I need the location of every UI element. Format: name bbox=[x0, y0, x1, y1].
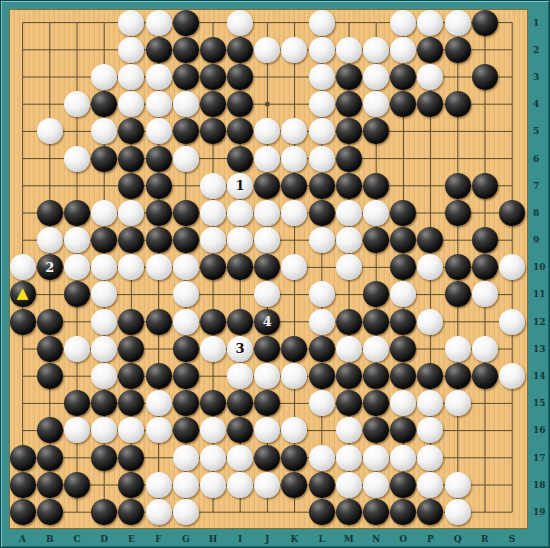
cell[interactable] bbox=[498, 471, 525, 498]
cell[interactable] bbox=[63, 227, 90, 254]
cell[interactable] bbox=[390, 498, 417, 525]
cell[interactable] bbox=[417, 199, 444, 226]
cell[interactable] bbox=[281, 308, 308, 335]
cell[interactable] bbox=[91, 145, 118, 172]
cell[interactable] bbox=[498, 145, 525, 172]
cell[interactable] bbox=[227, 362, 254, 389]
cell[interactable] bbox=[498, 199, 525, 226]
cell[interactable] bbox=[281, 471, 308, 498]
cell[interactable] bbox=[281, 362, 308, 389]
cell[interactable] bbox=[281, 254, 308, 281]
cell[interactable] bbox=[9, 498, 36, 525]
cell[interactable] bbox=[199, 444, 226, 471]
cell[interactable] bbox=[227, 498, 254, 525]
cell[interactable] bbox=[417, 390, 444, 417]
cell[interactable] bbox=[9, 335, 36, 362]
cell[interactable] bbox=[308, 417, 335, 444]
cell[interactable] bbox=[417, 227, 444, 254]
cell[interactable] bbox=[335, 444, 362, 471]
cell[interactable] bbox=[471, 63, 498, 90]
cell[interactable] bbox=[444, 308, 471, 335]
cell[interactable] bbox=[254, 63, 281, 90]
cell[interactable] bbox=[118, 118, 145, 145]
cell[interactable]: 4 bbox=[254, 308, 281, 335]
cell[interactable] bbox=[362, 63, 389, 90]
cell[interactable] bbox=[63, 254, 90, 281]
cell[interactable] bbox=[362, 308, 389, 335]
cell[interactable] bbox=[390, 417, 417, 444]
cell[interactable] bbox=[362, 118, 389, 145]
cell[interactable] bbox=[91, 417, 118, 444]
cell[interactable] bbox=[36, 9, 63, 36]
cell[interactable] bbox=[172, 36, 199, 63]
cell[interactable] bbox=[172, 390, 199, 417]
cell[interactable] bbox=[63, 362, 90, 389]
cell[interactable] bbox=[9, 254, 36, 281]
cell[interactable] bbox=[335, 227, 362, 254]
cell[interactable] bbox=[281, 227, 308, 254]
cell[interactable] bbox=[227, 91, 254, 118]
cell[interactable] bbox=[199, 199, 226, 226]
cell[interactable] bbox=[254, 335, 281, 362]
cell[interactable] bbox=[9, 308, 36, 335]
cell[interactable] bbox=[362, 254, 389, 281]
cell[interactable] bbox=[335, 63, 362, 90]
cell[interactable] bbox=[145, 118, 172, 145]
cell[interactable] bbox=[118, 227, 145, 254]
cell[interactable] bbox=[227, 118, 254, 145]
cell[interactable] bbox=[390, 362, 417, 389]
goban-grid[interactable]: 12▲43 bbox=[9, 9, 526, 526]
cell[interactable] bbox=[91, 36, 118, 63]
cell[interactable]: ▲ bbox=[9, 281, 36, 308]
cell[interactable] bbox=[362, 390, 389, 417]
cell[interactable] bbox=[417, 172, 444, 199]
cell[interactable] bbox=[471, 390, 498, 417]
cell[interactable] bbox=[471, 471, 498, 498]
cell[interactable] bbox=[498, 254, 525, 281]
cell[interactable] bbox=[145, 417, 172, 444]
cell[interactable] bbox=[335, 390, 362, 417]
cell[interactable] bbox=[199, 471, 226, 498]
cell[interactable] bbox=[145, 498, 172, 525]
cell[interactable] bbox=[36, 362, 63, 389]
cell[interactable] bbox=[118, 172, 145, 199]
cell[interactable] bbox=[172, 9, 199, 36]
cell[interactable] bbox=[498, 417, 525, 444]
cell[interactable] bbox=[91, 118, 118, 145]
cell[interactable] bbox=[9, 417, 36, 444]
cell[interactable] bbox=[362, 417, 389, 444]
cell[interactable] bbox=[118, 471, 145, 498]
cell[interactable] bbox=[471, 417, 498, 444]
cell[interactable] bbox=[118, 36, 145, 63]
cell[interactable] bbox=[227, 36, 254, 63]
cell[interactable] bbox=[471, 444, 498, 471]
cell[interactable] bbox=[308, 498, 335, 525]
cell[interactable] bbox=[281, 199, 308, 226]
cell[interactable] bbox=[281, 444, 308, 471]
cell[interactable] bbox=[444, 91, 471, 118]
cell[interactable] bbox=[335, 9, 362, 36]
cell[interactable]: 3 bbox=[227, 335, 254, 362]
cell[interactable] bbox=[9, 444, 36, 471]
cell[interactable] bbox=[444, 9, 471, 36]
cell[interactable] bbox=[254, 91, 281, 118]
cell[interactable] bbox=[417, 417, 444, 444]
cell[interactable] bbox=[9, 390, 36, 417]
cell[interactable] bbox=[36, 390, 63, 417]
cell[interactable] bbox=[63, 172, 90, 199]
cell[interactable] bbox=[254, 281, 281, 308]
cell[interactable] bbox=[199, 36, 226, 63]
cell[interactable] bbox=[335, 145, 362, 172]
cell[interactable] bbox=[362, 281, 389, 308]
cell[interactable] bbox=[172, 417, 199, 444]
cell[interactable] bbox=[227, 227, 254, 254]
cell[interactable]: 2 bbox=[36, 254, 63, 281]
cell[interactable] bbox=[498, 118, 525, 145]
cell[interactable] bbox=[63, 308, 90, 335]
cell[interactable] bbox=[145, 390, 172, 417]
cell[interactable] bbox=[335, 36, 362, 63]
cell[interactable] bbox=[36, 145, 63, 172]
cell[interactable] bbox=[308, 199, 335, 226]
cell[interactable] bbox=[36, 471, 63, 498]
cell[interactable] bbox=[36, 118, 63, 145]
cell[interactable] bbox=[254, 390, 281, 417]
cell[interactable] bbox=[335, 362, 362, 389]
cell[interactable] bbox=[417, 281, 444, 308]
cell[interactable] bbox=[63, 118, 90, 145]
cell[interactable] bbox=[118, 91, 145, 118]
cell[interactable] bbox=[281, 417, 308, 444]
cell[interactable] bbox=[390, 145, 417, 172]
cell[interactable] bbox=[63, 471, 90, 498]
cell[interactable] bbox=[199, 91, 226, 118]
cell[interactable] bbox=[335, 417, 362, 444]
cell[interactable] bbox=[471, 308, 498, 335]
cell[interactable] bbox=[254, 362, 281, 389]
cell[interactable] bbox=[390, 254, 417, 281]
cell[interactable] bbox=[362, 172, 389, 199]
cell[interactable] bbox=[118, 63, 145, 90]
cell[interactable] bbox=[444, 172, 471, 199]
cell[interactable] bbox=[172, 281, 199, 308]
cell[interactable] bbox=[444, 335, 471, 362]
cell[interactable] bbox=[199, 362, 226, 389]
cell[interactable] bbox=[335, 281, 362, 308]
cell[interactable] bbox=[145, 172, 172, 199]
cell[interactable] bbox=[91, 254, 118, 281]
cell[interactable] bbox=[36, 36, 63, 63]
cell[interactable] bbox=[172, 444, 199, 471]
cell[interactable] bbox=[9, 471, 36, 498]
cell[interactable] bbox=[36, 417, 63, 444]
cell[interactable] bbox=[444, 199, 471, 226]
cell[interactable] bbox=[390, 199, 417, 226]
cell[interactable] bbox=[308, 36, 335, 63]
cell[interactable] bbox=[172, 118, 199, 145]
cell[interactable] bbox=[36, 444, 63, 471]
cell[interactable] bbox=[172, 172, 199, 199]
cell[interactable] bbox=[308, 145, 335, 172]
cell[interactable] bbox=[9, 63, 36, 90]
cell[interactable] bbox=[145, 308, 172, 335]
cell[interactable] bbox=[36, 335, 63, 362]
cell[interactable] bbox=[417, 444, 444, 471]
cell[interactable] bbox=[254, 444, 281, 471]
cell[interactable] bbox=[498, 36, 525, 63]
cell[interactable] bbox=[63, 444, 90, 471]
cell[interactable] bbox=[254, 498, 281, 525]
cell[interactable] bbox=[9, 118, 36, 145]
cell[interactable] bbox=[390, 227, 417, 254]
cell[interactable] bbox=[308, 254, 335, 281]
cell[interactable] bbox=[63, 281, 90, 308]
cell[interactable] bbox=[36, 199, 63, 226]
cell[interactable] bbox=[172, 498, 199, 525]
cell[interactable] bbox=[63, 498, 90, 525]
cell[interactable] bbox=[390, 118, 417, 145]
cell[interactable] bbox=[308, 390, 335, 417]
cell[interactable] bbox=[362, 498, 389, 525]
cell[interactable] bbox=[444, 36, 471, 63]
cell[interactable] bbox=[172, 335, 199, 362]
cell[interactable] bbox=[362, 199, 389, 226]
cell[interactable] bbox=[362, 9, 389, 36]
cell[interactable] bbox=[254, 9, 281, 36]
cell[interactable] bbox=[91, 335, 118, 362]
cell[interactable] bbox=[227, 63, 254, 90]
cell[interactable] bbox=[254, 199, 281, 226]
cell[interactable] bbox=[145, 281, 172, 308]
cell[interactable] bbox=[471, 145, 498, 172]
cell[interactable] bbox=[308, 281, 335, 308]
cell[interactable] bbox=[281, 335, 308, 362]
cell[interactable] bbox=[444, 362, 471, 389]
cell[interactable] bbox=[362, 227, 389, 254]
cell[interactable] bbox=[145, 91, 172, 118]
cell[interactable] bbox=[227, 444, 254, 471]
cell[interactable] bbox=[417, 335, 444, 362]
cell[interactable] bbox=[471, 335, 498, 362]
cell[interactable] bbox=[417, 118, 444, 145]
cell[interactable] bbox=[281, 36, 308, 63]
cell[interactable] bbox=[172, 199, 199, 226]
cell[interactable] bbox=[281, 118, 308, 145]
cell[interactable] bbox=[444, 145, 471, 172]
cell[interactable] bbox=[254, 471, 281, 498]
cell[interactable] bbox=[362, 444, 389, 471]
cell[interactable] bbox=[390, 471, 417, 498]
cell[interactable] bbox=[9, 199, 36, 226]
cell[interactable] bbox=[9, 9, 36, 36]
cell[interactable] bbox=[199, 417, 226, 444]
cell[interactable] bbox=[390, 36, 417, 63]
cell[interactable] bbox=[498, 9, 525, 36]
cell[interactable] bbox=[335, 254, 362, 281]
cell[interactable] bbox=[335, 118, 362, 145]
cell[interactable] bbox=[172, 91, 199, 118]
cell[interactable] bbox=[390, 172, 417, 199]
cell[interactable] bbox=[417, 36, 444, 63]
cell[interactable] bbox=[498, 335, 525, 362]
cell[interactable] bbox=[498, 390, 525, 417]
cell[interactable] bbox=[199, 118, 226, 145]
cell[interactable] bbox=[471, 172, 498, 199]
cell[interactable] bbox=[335, 498, 362, 525]
cell[interactable] bbox=[118, 498, 145, 525]
cell[interactable] bbox=[390, 281, 417, 308]
cell[interactable] bbox=[145, 335, 172, 362]
cell[interactable] bbox=[308, 9, 335, 36]
cell[interactable] bbox=[199, 498, 226, 525]
cell[interactable] bbox=[281, 91, 308, 118]
cell[interactable] bbox=[9, 145, 36, 172]
cell[interactable] bbox=[362, 471, 389, 498]
cell[interactable] bbox=[417, 254, 444, 281]
cell[interactable] bbox=[308, 63, 335, 90]
cell[interactable] bbox=[36, 308, 63, 335]
cell[interactable] bbox=[172, 362, 199, 389]
cell[interactable] bbox=[281, 172, 308, 199]
cell[interactable] bbox=[227, 281, 254, 308]
cell[interactable] bbox=[444, 63, 471, 90]
cell[interactable] bbox=[308, 91, 335, 118]
cell[interactable] bbox=[281, 63, 308, 90]
cell[interactable] bbox=[444, 227, 471, 254]
cell[interactable] bbox=[91, 362, 118, 389]
cell[interactable] bbox=[308, 335, 335, 362]
cell[interactable] bbox=[145, 362, 172, 389]
cell[interactable] bbox=[498, 91, 525, 118]
cell[interactable] bbox=[444, 417, 471, 444]
cell[interactable] bbox=[417, 63, 444, 90]
cell[interactable] bbox=[9, 172, 36, 199]
cell[interactable] bbox=[471, 254, 498, 281]
cell[interactable] bbox=[254, 417, 281, 444]
cell[interactable] bbox=[145, 199, 172, 226]
cell[interactable] bbox=[417, 91, 444, 118]
cell[interactable] bbox=[254, 172, 281, 199]
cell[interactable] bbox=[254, 145, 281, 172]
cell[interactable] bbox=[91, 199, 118, 226]
cell[interactable] bbox=[91, 227, 118, 254]
cell[interactable] bbox=[91, 444, 118, 471]
cell[interactable] bbox=[444, 281, 471, 308]
cell[interactable] bbox=[36, 63, 63, 90]
cell[interactable] bbox=[335, 91, 362, 118]
cell[interactable] bbox=[199, 335, 226, 362]
cell[interactable] bbox=[281, 9, 308, 36]
cell[interactable] bbox=[308, 444, 335, 471]
cell[interactable] bbox=[498, 172, 525, 199]
cell[interactable] bbox=[199, 254, 226, 281]
cell[interactable] bbox=[36, 498, 63, 525]
cell[interactable] bbox=[362, 335, 389, 362]
cell[interactable] bbox=[199, 9, 226, 36]
cell[interactable] bbox=[118, 281, 145, 308]
cell[interactable] bbox=[91, 63, 118, 90]
cell[interactable] bbox=[63, 199, 90, 226]
cell[interactable] bbox=[36, 281, 63, 308]
cell[interactable] bbox=[145, 444, 172, 471]
cell[interactable] bbox=[91, 281, 118, 308]
cell[interactable] bbox=[308, 227, 335, 254]
cell[interactable] bbox=[118, 444, 145, 471]
cell[interactable] bbox=[227, 308, 254, 335]
cell[interactable] bbox=[36, 172, 63, 199]
cell[interactable] bbox=[254, 254, 281, 281]
cell[interactable] bbox=[91, 308, 118, 335]
cell[interactable] bbox=[444, 444, 471, 471]
cell[interactable] bbox=[471, 36, 498, 63]
cell[interactable] bbox=[390, 9, 417, 36]
cell[interactable] bbox=[145, 471, 172, 498]
cell[interactable] bbox=[281, 390, 308, 417]
cell[interactable] bbox=[91, 390, 118, 417]
cell[interactable] bbox=[9, 227, 36, 254]
cell[interactable] bbox=[199, 281, 226, 308]
cell[interactable] bbox=[471, 362, 498, 389]
cell[interactable] bbox=[281, 498, 308, 525]
cell[interactable] bbox=[308, 362, 335, 389]
cell[interactable] bbox=[281, 281, 308, 308]
cell[interactable] bbox=[91, 471, 118, 498]
cell[interactable] bbox=[444, 390, 471, 417]
cell[interactable] bbox=[471, 199, 498, 226]
cell[interactable] bbox=[498, 281, 525, 308]
cell[interactable] bbox=[227, 254, 254, 281]
cell[interactable] bbox=[63, 63, 90, 90]
cell[interactable] bbox=[390, 335, 417, 362]
cell[interactable] bbox=[254, 36, 281, 63]
cell[interactable] bbox=[172, 227, 199, 254]
cell[interactable] bbox=[63, 417, 90, 444]
cell[interactable] bbox=[172, 308, 199, 335]
cell[interactable] bbox=[498, 63, 525, 90]
cell[interactable] bbox=[362, 36, 389, 63]
cell[interactable] bbox=[362, 91, 389, 118]
cell[interactable] bbox=[471, 227, 498, 254]
cell[interactable] bbox=[362, 145, 389, 172]
cell[interactable] bbox=[145, 9, 172, 36]
cell[interactable] bbox=[390, 444, 417, 471]
cell[interactable] bbox=[118, 362, 145, 389]
cell[interactable] bbox=[91, 9, 118, 36]
cell[interactable] bbox=[63, 91, 90, 118]
cell[interactable] bbox=[36, 227, 63, 254]
cell[interactable] bbox=[335, 335, 362, 362]
cell[interactable] bbox=[281, 145, 308, 172]
cell[interactable] bbox=[444, 471, 471, 498]
cell[interactable] bbox=[471, 9, 498, 36]
cell[interactable] bbox=[390, 63, 417, 90]
cell[interactable] bbox=[335, 308, 362, 335]
cell[interactable] bbox=[63, 9, 90, 36]
cell[interactable] bbox=[335, 471, 362, 498]
cell[interactable] bbox=[444, 498, 471, 525]
cell[interactable] bbox=[199, 390, 226, 417]
cell[interactable] bbox=[471, 118, 498, 145]
cell[interactable] bbox=[172, 471, 199, 498]
cell[interactable] bbox=[308, 471, 335, 498]
cell[interactable] bbox=[227, 9, 254, 36]
cell[interactable] bbox=[199, 145, 226, 172]
cell[interactable] bbox=[118, 254, 145, 281]
cell[interactable] bbox=[172, 145, 199, 172]
